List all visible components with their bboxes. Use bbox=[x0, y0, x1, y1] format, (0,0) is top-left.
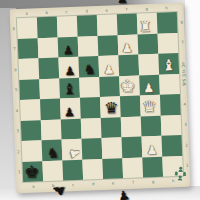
square-d7[interactable] bbox=[78, 36, 99, 57]
square-h3[interactable] bbox=[161, 114, 182, 135]
square-h8[interactable] bbox=[157, 12, 178, 33]
coord-label: f bbox=[117, 7, 137, 14]
coord-label: g bbox=[137, 6, 157, 13]
off-board-piece-edge-top[interactable]: ♟ bbox=[117, 0, 128, 5]
coord-label: 4 bbox=[14, 100, 20, 121]
square-g6[interactable] bbox=[138, 54, 159, 75]
corner-logo-emblem bbox=[173, 166, 187, 182]
square-h2[interactable] bbox=[161, 135, 182, 156]
square-f2[interactable] bbox=[122, 136, 143, 157]
piece-black-bishop-c5[interactable]: ♝ bbox=[63, 82, 77, 98]
square-h7[interactable] bbox=[158, 32, 179, 53]
square-d5[interactable] bbox=[79, 77, 100, 98]
coord-label: d bbox=[83, 181, 103, 188]
off-board-piece-edge-bottom-mid[interactable]: ♟ bbox=[117, 188, 131, 200]
square-g1[interactable] bbox=[142, 156, 163, 177]
square-b6[interactable] bbox=[38, 58, 59, 79]
piece-white-rook-g8[interactable]: ♜ bbox=[139, 18, 152, 32]
square-g3[interactable] bbox=[141, 115, 162, 136]
piece-black-pawn-c6[interactable]: ♟ bbox=[64, 64, 75, 76]
square-b8[interactable] bbox=[37, 17, 58, 38]
piece-black-pawn-c7[interactable]: ♟ bbox=[63, 44, 74, 56]
piece-black-king-a1[interactable]: ♚ bbox=[24, 163, 40, 181]
square-c1[interactable] bbox=[62, 159, 83, 180]
piece-white-pawn-c2[interactable]: ♟ bbox=[68, 146, 83, 160]
coord-label: 7 bbox=[12, 39, 18, 60]
coord-label: f bbox=[123, 179, 143, 186]
square-h4[interactable] bbox=[160, 94, 181, 115]
piece-white-pawn-g2[interactable]: ♟ bbox=[146, 143, 157, 155]
piece-black-pawn-c4[interactable]: ♟ bbox=[64, 105, 75, 117]
piece-white-pawn-e6[interactable]: ♟ bbox=[103, 63, 114, 75]
square-a3[interactable] bbox=[21, 120, 42, 141]
square-a2[interactable] bbox=[22, 140, 43, 161]
square-g7[interactable] bbox=[138, 33, 159, 54]
coord-label: h bbox=[157, 5, 177, 12]
square-a4[interactable] bbox=[20, 99, 41, 120]
coord-label: 7 bbox=[180, 32, 186, 53]
piece-black-knight-b2[interactable]: ♞ bbox=[47, 145, 60, 159]
square-f6[interactable] bbox=[118, 54, 139, 75]
coord-label: e bbox=[103, 180, 123, 187]
square-a8[interactable] bbox=[17, 17, 38, 38]
square-b3[interactable] bbox=[41, 119, 62, 140]
photo-scene: abcdefgh abcdefgh 87654321 87654321 CHES… bbox=[0, 0, 200, 200]
coord-label: 5 bbox=[13, 80, 19, 101]
square-e5[interactable] bbox=[99, 76, 120, 97]
piece-black-knight-d6[interactable]: ♞ bbox=[83, 62, 96, 76]
square-b5[interactable] bbox=[39, 78, 60, 99]
square-h5[interactable] bbox=[159, 73, 180, 94]
square-f8[interactable] bbox=[117, 14, 138, 35]
coord-label: 3 bbox=[15, 121, 21, 142]
square-f4[interactable] bbox=[120, 95, 141, 116]
coord-label: c bbox=[57, 9, 77, 16]
chess-board[interactable] bbox=[17, 12, 183, 182]
square-b4[interactable] bbox=[40, 99, 61, 120]
coord-label: 6 bbox=[12, 59, 18, 80]
piece-black-queen-e4[interactable]: ♛ bbox=[104, 100, 119, 117]
piece-white-bishop-h6[interactable]: ♝ bbox=[162, 58, 176, 74]
square-b7[interactable] bbox=[38, 37, 59, 58]
coord-label: 8 bbox=[11, 18, 17, 39]
square-e3[interactable] bbox=[101, 117, 122, 138]
square-a7[interactable] bbox=[18, 38, 39, 59]
piece-white-queen-g4[interactable]: ♛ bbox=[142, 98, 157, 115]
coord-label: 2 bbox=[183, 135, 189, 156]
square-d3[interactable] bbox=[81, 117, 102, 138]
square-c3[interactable] bbox=[61, 118, 82, 139]
coord-label: b bbox=[37, 10, 57, 17]
square-e8[interactable] bbox=[97, 14, 118, 35]
piece-white-king-f5[interactable]: ♚ bbox=[120, 78, 136, 96]
coord-label: g bbox=[143, 179, 163, 186]
coord-label: 2 bbox=[16, 141, 22, 162]
square-e2[interactable] bbox=[102, 137, 123, 158]
square-d8[interactable] bbox=[77, 15, 98, 36]
square-d2[interactable] bbox=[82, 138, 103, 159]
square-a5[interactable] bbox=[19, 79, 40, 100]
square-e7[interactable] bbox=[98, 35, 119, 56]
square-c8[interactable] bbox=[57, 16, 78, 37]
square-d1[interactable] bbox=[82, 158, 103, 179]
square-d4[interactable] bbox=[80, 97, 101, 118]
square-a6[interactable] bbox=[18, 58, 39, 79]
coord-label: 8 bbox=[179, 12, 185, 33]
coord-label: a bbox=[23, 183, 43, 190]
coord-label: d bbox=[77, 8, 97, 15]
square-f3[interactable] bbox=[121, 116, 142, 137]
coord-label: a bbox=[17, 10, 37, 17]
square-e1[interactable] bbox=[102, 158, 123, 179]
piece-white-pawn-g5[interactable]: ♟ bbox=[143, 82, 154, 94]
coord-label: e bbox=[97, 7, 117, 14]
chess-mat: abcdefgh abcdefgh 87654321 87654321 CHES… bbox=[10, 3, 191, 194]
piece-white-pawn-f7[interactable]: ♟ bbox=[121, 42, 132, 54]
coord-label: 1 bbox=[16, 162, 22, 183]
square-b1[interactable] bbox=[42, 160, 63, 181]
square-f1[interactable] bbox=[122, 157, 143, 178]
